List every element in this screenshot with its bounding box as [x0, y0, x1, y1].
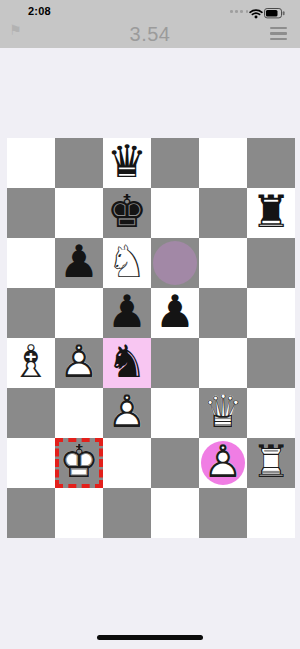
black-pawn-piece[interactable]: ♟ — [55, 238, 103, 288]
square-r3-c6[interactable] — [247, 238, 295, 288]
square-r7-c4[interactable] — [151, 438, 199, 488]
black-queen-piece[interactable]: ♛ — [103, 138, 151, 188]
square-r6-c1[interactable] — [7, 388, 55, 438]
black-king-piece[interactable]: ♚ — [103, 188, 151, 238]
white-pawn-piece[interactable]: ♟♙ — [55, 338, 103, 388]
menu-icon[interactable] — [270, 27, 287, 40]
square-r1-c3[interactable]: ♛ — [103, 138, 151, 188]
square-r3-c3[interactable]: ♞♘ — [103, 238, 151, 288]
square-r2-c2[interactable] — [55, 188, 103, 238]
black-pawn-piece[interactable]: ♟ — [103, 288, 151, 338]
square-r4-c4[interactable]: ♟ — [151, 288, 199, 338]
square-r8-c5[interactable] — [199, 488, 247, 538]
square-r2-c4[interactable] — [151, 188, 199, 238]
square-r8-c6[interactable] — [247, 488, 295, 538]
square-r2-c1[interactable] — [7, 188, 55, 238]
black-rook-piece[interactable]: ♜ — [247, 188, 295, 238]
square-r8-c2[interactable] — [55, 488, 103, 538]
white-rook-piece[interactable]: ♜♖ — [247, 438, 295, 488]
square-r3-c1[interactable] — [7, 238, 55, 288]
square-r4-c1[interactable] — [7, 288, 55, 338]
square-r2-c6[interactable]: ♜ — [247, 188, 295, 238]
square-r2-c3[interactable]: ♚ — [103, 188, 151, 238]
square-r1-c1[interactable] — [7, 138, 55, 188]
square-r3-c2[interactable]: ♟ — [55, 238, 103, 288]
square-r5-c5[interactable] — [199, 338, 247, 388]
square-r7-c2[interactable]: ♚♔ — [55, 438, 103, 488]
square-r8-c4[interactable] — [151, 488, 199, 538]
square-r6-c5[interactable]: ♛♕ — [199, 388, 247, 438]
square-r1-c2[interactable] — [55, 138, 103, 188]
square-r6-c2[interactable] — [55, 388, 103, 438]
square-r6-c3[interactable]: ♟♙ — [103, 388, 151, 438]
square-r7-c5[interactable]: ♟♙ — [199, 438, 247, 488]
square-r2-c5[interactable] — [199, 188, 247, 238]
white-queen-piece[interactable]: ♛♕ — [199, 388, 247, 438]
square-r7-c6[interactable]: ♜♖ — [247, 438, 295, 488]
status-bar: 2:08 — [0, 0, 300, 20]
square-r4-c5[interactable] — [199, 288, 247, 338]
square-r4-c2[interactable] — [55, 288, 103, 338]
page-title: 3.54 — [0, 20, 300, 48]
square-r7-c1[interactable] — [7, 438, 55, 488]
white-knight-piece[interactable]: ♞♘ — [103, 238, 151, 288]
square-r7-c3[interactable] — [103, 438, 151, 488]
square-r4-c6[interactable] — [247, 288, 295, 338]
white-pawn-piece[interactable]: ♟♙ — [199, 438, 247, 488]
square-r5-c2[interactable]: ♟♙ — [55, 338, 103, 388]
square-r1-c5[interactable] — [199, 138, 247, 188]
cellular-signal-icon — [230, 10, 248, 13]
white-pawn-piece[interactable]: ♟♙ — [103, 388, 151, 438]
move-hint-circle — [153, 241, 197, 285]
square-r1-c4[interactable] — [151, 138, 199, 188]
black-pawn-piece[interactable]: ♟ — [151, 288, 199, 338]
header-bar: 2:08 ⚑ 3.54 — [0, 0, 300, 48]
square-r8-c3[interactable] — [103, 488, 151, 538]
square-r3-c5[interactable] — [199, 238, 247, 288]
square-r6-c4[interactable] — [151, 388, 199, 438]
clock-time: 2:08 — [28, 5, 51, 17]
chess-board: ♛♚♜♟♞♘♟♟♝♗♟♙♞♟♙♛♕♚♔♟♙♜♖ — [7, 138, 295, 538]
square-r5-c1[interactable]: ♝♗ — [7, 338, 55, 388]
white-bishop-piece[interactable]: ♝♗ — [7, 338, 55, 388]
square-r3-c4[interactable] — [151, 238, 199, 288]
black-knight-piece[interactable]: ♞ — [103, 338, 151, 388]
square-r5-c4[interactable] — [151, 338, 199, 388]
square-r5-c6[interactable] — [247, 338, 295, 388]
home-indicator[interactable] — [97, 635, 203, 640]
square-r4-c3[interactable]: ♟ — [103, 288, 151, 338]
square-r8-c1[interactable] — [7, 488, 55, 538]
check-indicator — [55, 438, 103, 488]
nav-row: ⚑ 3.54 — [0, 20, 300, 48]
square-r1-c6[interactable] — [247, 138, 295, 188]
square-r5-c3[interactable]: ♞ — [103, 338, 151, 388]
square-r6-c6[interactable] — [247, 388, 295, 438]
